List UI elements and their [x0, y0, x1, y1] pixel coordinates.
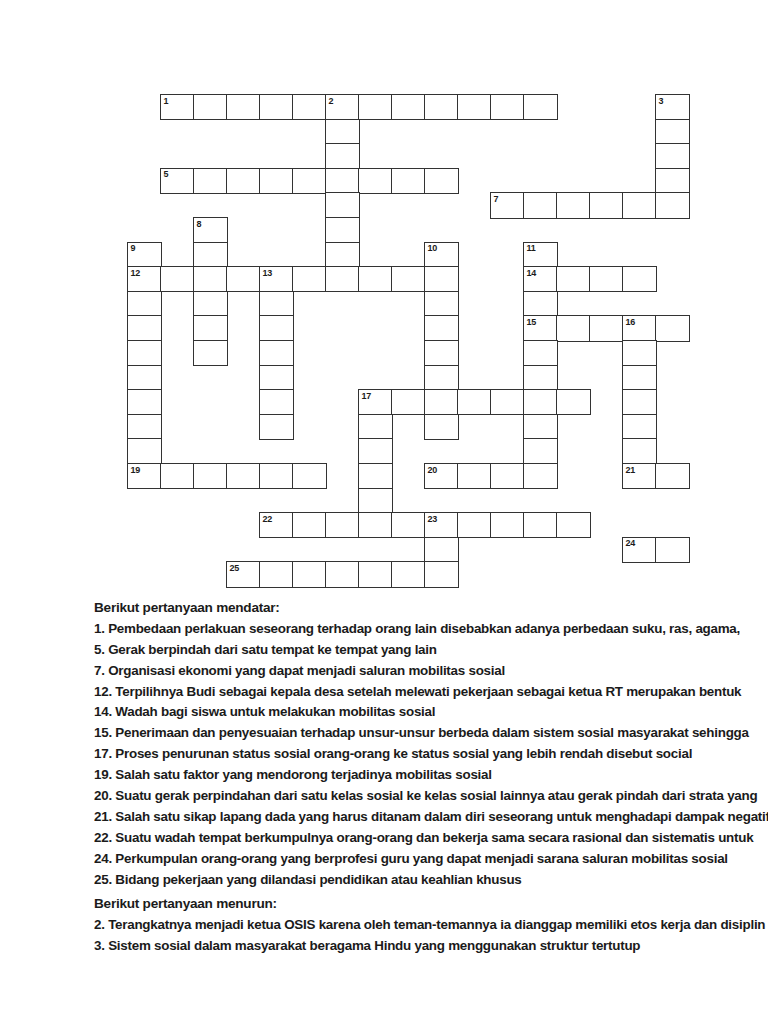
clue-number-17: 17	[362, 391, 371, 401]
grid-cell-r14c1[interactable]	[127, 414, 162, 440]
grid-cell-r1c17[interactable]: 3	[655, 94, 690, 120]
grid-cell-r10c1[interactable]	[127, 315, 162, 341]
grid-cell-r8c4[interactable]	[226, 266, 261, 292]
grid-cell-r8c1[interactable]: 12	[127, 266, 162, 292]
grid-cell-r16c17[interactable]	[655, 463, 690, 489]
grid-cell-r18c6[interactable]	[292, 512, 327, 538]
grid-cell-r8c7[interactable]	[325, 266, 360, 292]
grid-cell-r19c10[interactable]	[424, 537, 459, 563]
grid-cell-r9c10[interactable]	[424, 291, 459, 317]
across-clue-24: 24. Perkumpulan orang-orang yang berprof…	[94, 849, 768, 870]
grid-cell-r14c13[interactable]	[523, 414, 558, 440]
grid-cell-r1c7[interactable]: 2	[325, 94, 360, 120]
across-clue-12: 12. Terpilihnya Budi sebagai kepala desa…	[94, 682, 768, 703]
down-clue-3: 3. Sistem sosial dalam masyarakat beraga…	[94, 936, 768, 957]
grid-cell-r13c1[interactable]	[127, 389, 162, 415]
worksheet-page: 1235789101112131415161719202122232425 Be…	[0, 0, 768, 1024]
across-clue-20: 20. Suatu gerak perpindahan dari satu ke…	[94, 786, 768, 807]
across-clue-5: 5. Gerak berpindah dari satu tempat ke t…	[94, 640, 768, 661]
clue-number-5: 5	[164, 169, 169, 179]
clue-number-23: 23	[428, 514, 437, 524]
grid-cell-r16c1[interactable]: 19	[127, 463, 162, 489]
grid-cell-r4c8[interactable]	[358, 168, 393, 194]
grid-cell-r18c9[interactable]	[391, 512, 426, 538]
grid-cell-r12c1[interactable]	[127, 365, 162, 391]
grid-cell-r8c10[interactable]	[424, 266, 459, 292]
grid-cell-r12c10[interactable]	[424, 365, 459, 391]
grid-cell-r1c2[interactable]: 1	[160, 94, 195, 120]
grid-cell-r7c3[interactable]	[193, 242, 228, 268]
grid-cell-r13c12[interactable]	[490, 389, 525, 415]
grid-cell-r5c7[interactable]	[325, 192, 360, 218]
grid-cell-r8c16[interactable]	[622, 266, 657, 292]
grid-cell-r20c10[interactable]	[424, 561, 459, 587]
grid-cell-r18c13[interactable]	[523, 512, 558, 538]
clue-number-12: 12	[131, 268, 140, 278]
grid-cell-r15c1[interactable]	[127, 438, 162, 464]
grid-cell-r13c13[interactable]	[523, 389, 558, 415]
grid-cell-r11c13[interactable]	[523, 340, 558, 366]
grid-cell-r16c11[interactable]	[457, 463, 492, 489]
grid-cell-r16c5[interactable]	[259, 463, 294, 489]
grid-cell-r1c5[interactable]	[259, 94, 294, 120]
grid-cell-r20c7[interactable]	[325, 561, 360, 587]
clue-number-7: 7	[494, 194, 499, 204]
across-clue-21: 21. Salah satu sikap lapang dada yang ha…	[94, 807, 768, 828]
clue-number-8: 8	[197, 219, 202, 229]
grid-cell-r15c8[interactable]	[358, 438, 393, 464]
across-clues-header: Berikut pertanyaan mendatar:	[94, 598, 768, 619]
grid-cell-r7c13[interactable]: 11	[523, 242, 558, 268]
grid-cell-r8c9[interactable]	[391, 266, 426, 292]
across-clue-14: 14. Wadah bagi siswa untuk melakukan mob…	[94, 702, 768, 723]
crossword-grid: 1235789101112131415161719202122232425	[127, 94, 691, 589]
grid-cell-r16c16[interactable]: 21	[622, 463, 657, 489]
grid-cell-r11c1[interactable]	[127, 340, 162, 366]
clue-number-20: 20	[428, 465, 437, 475]
grid-cell-r18c5[interactable]: 22	[259, 512, 294, 538]
grid-cell-r18c14[interactable]	[556, 512, 591, 538]
grid-cell-r1c11[interactable]	[457, 94, 492, 120]
grid-cell-r4c3[interactable]	[193, 168, 228, 194]
grid-cell-r10c3[interactable]	[193, 315, 228, 341]
grid-cell-r13c14[interactable]	[556, 389, 591, 415]
grid-cell-r1c8[interactable]	[358, 94, 393, 120]
grid-cell-r3c17[interactable]	[655, 143, 690, 169]
grid-cell-r7c10[interactable]: 10	[424, 242, 459, 268]
grid-cell-r7c7[interactable]	[325, 242, 360, 268]
grid-cell-r8c15[interactable]	[589, 266, 624, 292]
grid-cell-r4c7[interactable]	[325, 168, 360, 194]
grid-cell-r4c17[interactable]	[655, 168, 690, 194]
down-clue-2: 2. Terangkatnya menjadi ketua OSIS karen…	[94, 915, 768, 936]
grid-cell-r18c10[interactable]: 23	[424, 512, 459, 538]
clue-number-9: 9	[131, 243, 136, 253]
grid-cell-r16c12[interactable]	[490, 463, 525, 489]
grid-cell-r10c5[interactable]	[259, 315, 294, 341]
across-clue-25: 25. Bidang pekerjaan yang dilandasi pend…	[94, 870, 768, 891]
grid-cell-r13c8[interactable]: 17	[358, 389, 393, 415]
clue-number-24: 24	[626, 538, 635, 548]
grid-cell-r20c5[interactable]	[259, 561, 294, 587]
grid-cell-r20c9[interactable]	[391, 561, 426, 587]
grid-cell-r14c16[interactable]	[622, 414, 657, 440]
down-clues-section: Berikut pertanyaan menurun: 2. Terangkat…	[94, 894, 768, 957]
grid-cell-r12c5[interactable]	[259, 365, 294, 391]
grid-cell-r5c14[interactable]	[556, 192, 591, 218]
grid-cell-r13c16[interactable]	[622, 389, 657, 415]
grid-cell-r8c5[interactable]: 13	[259, 266, 294, 292]
across-clue-15: 15. Penerimaan dan penyesuaian terhadap …	[94, 723, 768, 744]
grid-cell-r10c16[interactable]: 16	[622, 315, 657, 341]
grid-cell-r20c6[interactable]	[292, 561, 327, 587]
across-clue-17: 17. Proses penurunan status sosial orang…	[94, 744, 768, 765]
clue-number-2: 2	[329, 96, 334, 106]
grid-cell-r18c7[interactable]	[325, 512, 360, 538]
grid-cell-r4c2[interactable]: 5	[160, 168, 195, 194]
grid-cell-r8c8[interactable]	[358, 266, 393, 292]
grid-cell-r1c9[interactable]	[391, 94, 426, 120]
grid-cell-r3c7[interactable]	[325, 143, 360, 169]
grid-cell-r16c10[interactable]: 20	[424, 463, 459, 489]
grid-cell-r5c12[interactable]: 7	[490, 192, 525, 218]
grid-cell-r8c14[interactable]	[556, 266, 591, 292]
grid-cell-r1c4[interactable]	[226, 94, 261, 120]
grid-cell-r10c14[interactable]	[556, 315, 591, 341]
grid-cell-r12c16[interactable]	[622, 365, 657, 391]
grid-cell-r9c5[interactable]	[259, 291, 294, 317]
clue-number-1: 1	[164, 96, 169, 106]
grid-cell-r9c1[interactable]	[127, 291, 162, 317]
grid-cell-r14c5[interactable]	[259, 414, 294, 440]
grid-cell-r9c3[interactable]	[193, 291, 228, 317]
grid-cell-r6c7[interactable]	[325, 217, 360, 243]
grid-cell-r14c10[interactable]	[424, 414, 459, 440]
grid-cell-r10c17[interactable]	[655, 315, 690, 341]
grid-cell-r11c16[interactable]	[622, 340, 657, 366]
grid-cell-r11c3[interactable]	[193, 340, 228, 366]
grid-cell-r8c13[interactable]: 14	[523, 266, 558, 292]
grid-cell-r19c16[interactable]: 24	[622, 537, 657, 563]
grid-cell-r20c8[interactable]	[358, 561, 393, 587]
grid-cell-r4c9[interactable]	[391, 168, 426, 194]
grid-cell-r16c2[interactable]	[160, 463, 195, 489]
grid-cell-r16c3[interactable]	[193, 463, 228, 489]
down-clues-header: Berikut pertanyaan menurun:	[94, 894, 768, 915]
clue-number-11: 11	[527, 243, 536, 253]
grid-cell-r4c6[interactable]	[292, 168, 327, 194]
grid-cell-r8c2[interactable]	[160, 266, 195, 292]
grid-cell-r14c8[interactable]	[358, 414, 393, 440]
grid-cell-r2c17[interactable]	[655, 119, 690, 145]
grid-cell-r8c6[interactable]	[292, 266, 327, 292]
grid-cell-r18c8[interactable]	[358, 512, 393, 538]
grid-cell-r1c13[interactable]	[523, 94, 558, 120]
grid-cell-r4c5[interactable]	[259, 168, 294, 194]
clue-number-13: 13	[263, 268, 272, 278]
grid-cell-r17c8[interactable]	[358, 488, 393, 514]
clue-number-10: 10	[428, 243, 437, 253]
grid-cell-r16c6[interactable]	[292, 463, 327, 489]
grid-cell-r5c15[interactable]	[589, 192, 624, 218]
grid-cell-r19c17[interactable]	[655, 537, 690, 563]
grid-cell-r20c4[interactable]: 25	[226, 561, 261, 587]
across-clue-19: 19. Salah satu faktor yang mendorong ter…	[94, 765, 768, 786]
clue-number-25: 25	[230, 563, 239, 573]
grid-cell-r12c13[interactable]	[523, 365, 558, 391]
grid-cell-r11c10[interactable]	[424, 340, 459, 366]
grid-cell-r18c11[interactable]	[457, 512, 492, 538]
grid-cell-r1c3[interactable]	[193, 94, 228, 120]
clue-number-16: 16	[626, 317, 635, 327]
grid-cell-r16c13[interactable]	[523, 463, 558, 489]
grid-cell-r18c12[interactable]	[490, 512, 525, 538]
grid-cell-r5c13[interactable]	[523, 192, 558, 218]
grid-cell-r15c13[interactable]	[523, 438, 558, 464]
grid-cell-r1c6[interactable]	[292, 94, 327, 120]
grid-cell-r10c15[interactable]	[589, 315, 624, 341]
grid-cell-r8c3[interactable]	[193, 266, 228, 292]
grid-cell-r13c10[interactable]	[424, 389, 459, 415]
across-clue-22: 22. Suatu wadah tempat berkumpulnya oran…	[94, 828, 768, 849]
grid-cell-r2c7[interactable]	[325, 119, 360, 145]
grid-cell-r16c4[interactable]	[226, 463, 261, 489]
clue-number-15: 15	[527, 317, 536, 327]
grid-cell-r5c17[interactable]	[655, 192, 690, 218]
grid-cell-r16c8[interactable]	[358, 463, 393, 489]
grid-cell-r10c10[interactable]	[424, 315, 459, 341]
across-clues-section: Berikut pertanyaan mendatar: 1. Pembedaa…	[94, 598, 768, 890]
grid-cell-r4c10[interactable]	[424, 168, 459, 194]
grid-cell-r11c5[interactable]	[259, 340, 294, 366]
grid-cell-r6c3[interactable]: 8	[193, 217, 228, 243]
clue-number-14: 14	[527, 268, 536, 278]
grid-cell-r7c1[interactable]: 9	[127, 242, 162, 268]
grid-cell-r1c12[interactable]	[490, 94, 525, 120]
grid-cell-r10c13[interactable]: 15	[523, 315, 558, 341]
across-clue-7: 7. Organisasi ekonomi yang dapat menjadi…	[94, 661, 768, 682]
clue-number-21: 21	[626, 465, 635, 475]
grid-cell-r5c16[interactable]	[622, 192, 657, 218]
grid-cell-r13c5[interactable]	[259, 389, 294, 415]
clue-number-19: 19	[131, 465, 140, 475]
grid-cell-r4c4[interactable]	[226, 168, 261, 194]
across-clue-1: 1. Pembedaan perlakuan seseorang terhada…	[94, 619, 768, 640]
grid-cell-r15c16[interactable]	[622, 438, 657, 464]
grid-cell-r1c10[interactable]	[424, 94, 459, 120]
grid-cell-r13c11[interactable]	[457, 389, 492, 415]
clue-number-22: 22	[263, 514, 272, 524]
clue-number-3: 3	[659, 96, 664, 106]
grid-cell-r9c13[interactable]	[523, 291, 558, 317]
grid-cell-r13c9[interactable]	[391, 389, 426, 415]
